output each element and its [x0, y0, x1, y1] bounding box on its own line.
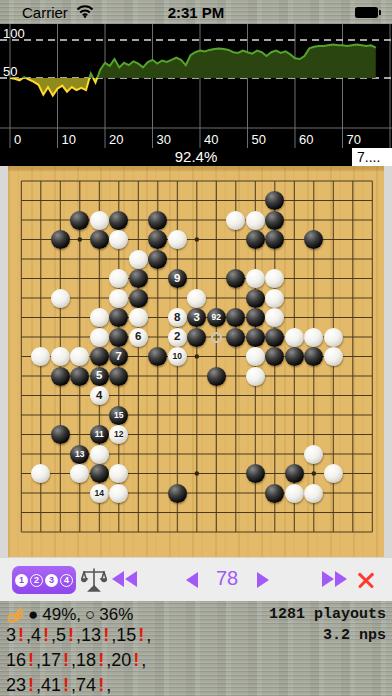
white-stone — [324, 347, 343, 366]
white-stone — [285, 328, 304, 347]
white-stone — [129, 250, 148, 269]
bang-mark: ! — [131, 650, 141, 670]
black-stone — [70, 367, 89, 386]
bang-mark: ! — [136, 625, 146, 645]
hot-move: 4 — [31, 625, 41, 645]
hot-move: 16 — [6, 650, 26, 670]
hot-move: 13 — [81, 625, 101, 645]
circle-marker — [211, 332, 222, 343]
bang-mark: ! — [96, 675, 106, 695]
variation-digit-4: 4 — [60, 574, 73, 587]
white-stone — [90, 211, 109, 230]
white-stone — [304, 328, 323, 347]
white-stone — [324, 328, 343, 347]
white-stone-move-14: 14 — [90, 484, 109, 503]
white-stone — [285, 484, 304, 503]
hot-move: 41 — [41, 675, 61, 695]
close-icon[interactable] — [354, 568, 378, 592]
bang-mark: ! — [26, 650, 36, 670]
white-stone — [304, 445, 323, 464]
black-stone-move-5: 5 — [90, 367, 109, 386]
white-stone — [187, 289, 206, 308]
white-stone — [265, 289, 284, 308]
white-stone — [246, 269, 265, 288]
fast-forward-button[interactable] — [322, 571, 347, 587]
white-stone — [246, 211, 265, 230]
white-stone — [109, 484, 128, 503]
black-stone — [109, 328, 128, 347]
black-stone-move-11: 11 — [90, 425, 109, 444]
white-stone — [324, 464, 343, 483]
fast-backward-button[interactable] — [112, 571, 137, 587]
playouts-readout: 1281 playouts — [269, 606, 386, 623]
hot-moves-line: 23!,41!,74!, — [6, 673, 151, 696]
white-stone — [246, 367, 265, 386]
white-stone — [90, 445, 109, 464]
white-stone — [109, 289, 128, 308]
bang-mark: ! — [101, 625, 111, 645]
hot-move: 15 — [116, 625, 136, 645]
bang-mark: ! — [26, 675, 36, 695]
black-stone — [207, 367, 226, 386]
black-stone — [285, 347, 304, 366]
svg-text:20: 20 — [109, 132, 123, 147]
black-stone-glyph: ● — [28, 605, 38, 625]
bang-mark: ! — [61, 675, 71, 695]
analysis-panel: ● 49%, ○ 36% 1281 playouts 3.2 nps 3!,4!… — [0, 601, 392, 696]
black-stone — [148, 211, 167, 230]
black-stone — [226, 328, 245, 347]
status-bar: Carrier 2:31 PM — [0, 0, 392, 24]
clock: 2:31 PM — [0, 4, 392, 21]
winrate-chart-svg: 10050010203040506070 — [0, 24, 392, 148]
battery-icon — [355, 7, 378, 18]
white-stone — [51, 289, 70, 308]
step-backward-button[interactable] — [186, 572, 198, 588]
white-stone — [51, 347, 70, 366]
bang-mark: ! — [16, 625, 26, 645]
black-stone — [90, 464, 109, 483]
black-stone — [51, 230, 70, 249]
black-stone — [246, 289, 265, 308]
black-stone — [51, 425, 70, 444]
current-winrate-value: 92.4% — [0, 148, 392, 166]
variation-numbers-button[interactable]: 1234 — [12, 566, 76, 594]
white-stone — [246, 347, 265, 366]
white-winrate: 36% — [99, 605, 133, 625]
pv-overlay-button[interactable]: 7.... — [352, 148, 392, 166]
black-stone — [265, 328, 284, 347]
board-area: 9839262710541511121314 — [0, 166, 392, 557]
black-stone — [51, 367, 70, 386]
white-stone — [168, 230, 187, 249]
black-stone — [148, 250, 167, 269]
black-stone — [265, 211, 284, 230]
black-stone — [109, 367, 128, 386]
nps-readout: 3.2 nps — [323, 627, 386, 644]
white-stone-move-6: 6 — [129, 328, 148, 347]
hot-move: 74 — [76, 675, 96, 695]
bang-mark: ! — [61, 650, 71, 670]
black-stone — [109, 211, 128, 230]
svg-text:50: 50 — [3, 64, 17, 79]
black-stone — [246, 328, 265, 347]
hot-move: 17 — [41, 650, 61, 670]
variation-digit-1: 1 — [15, 574, 28, 587]
ok-hand-icon — [6, 606, 24, 624]
winrate-readout-bar: 92.4% 7.... — [0, 148, 392, 166]
black-stone-move-92: 92 — [207, 308, 226, 327]
svg-text:60: 60 — [299, 132, 313, 147]
white-stone-move-10: 10 — [168, 347, 187, 366]
black-winrate: 49%, — [42, 605, 81, 625]
winrate-chart: 10050010203040506070 — [0, 24, 392, 148]
hot-moves-line: 3!,4!,5!,13!,15!, — [6, 623, 151, 648]
black-stone — [70, 211, 89, 230]
white-stone — [90, 328, 109, 347]
hot-move: 23 — [6, 675, 26, 695]
black-stone-move-13: 13 — [70, 445, 89, 464]
black-stone-move-15: 15 — [109, 406, 128, 425]
variation-digit-2: 2 — [30, 574, 43, 587]
black-stone — [265, 484, 284, 503]
hot-moves-list: 3!,4!,5!,13!,15!,16!,17!,18!,20!,23!,41!… — [6, 623, 151, 696]
white-stone-move-2: 2 — [168, 328, 187, 347]
hot-move: 5 — [56, 625, 66, 645]
black-stone — [129, 269, 148, 288]
white-stone — [304, 484, 323, 503]
svg-text:40: 40 — [204, 132, 218, 147]
balance-scale-icon[interactable] — [81, 566, 107, 594]
black-stone — [129, 289, 148, 308]
black-stone — [246, 308, 265, 327]
app-screen: Carrier 2:31 PM 10050010203040506070 92.… — [0, 0, 392, 696]
svg-text:10: 10 — [62, 132, 76, 147]
hot-move: 18 — [76, 650, 96, 670]
black-stone — [187, 328, 206, 347]
bang-mark: ! — [41, 625, 51, 645]
variation-digit-3: 3 — [45, 574, 58, 587]
white-stone-glyph: ○ — [85, 605, 95, 625]
black-stone — [90, 347, 109, 366]
black-stone — [246, 464, 265, 483]
svg-text:100: 100 — [3, 26, 25, 41]
black-stone — [90, 230, 109, 249]
svg-text:0: 0 — [14, 132, 21, 147]
svg-text:70: 70 — [347, 132, 361, 147]
hot-move: 20 — [111, 650, 131, 670]
svg-text:30: 30 — [157, 132, 171, 147]
move-number: 78 — [205, 567, 249, 590]
black-stone — [285, 464, 304, 483]
white-stone-move-8: 8 — [168, 308, 187, 327]
toolbar: 1234 78 — [0, 557, 392, 601]
go-board[interactable]: 9839262710541511121314 — [8, 166, 384, 557]
bang-mark: ! — [66, 625, 76, 645]
svg-text:50: 50 — [252, 132, 266, 147]
white-stone-move-4: 4 — [90, 386, 109, 405]
white-stone — [129, 308, 148, 327]
bang-mark: ! — [96, 650, 106, 670]
hot-move: 3 — [6, 625, 16, 645]
hot-moves-line: 16!,17!,18!,20!, — [6, 648, 151, 673]
black-stone-move-9: 9 — [168, 269, 187, 288]
white-stone — [226, 211, 245, 230]
step-forward-button[interactable] — [257, 572, 269, 588]
black-stone — [168, 484, 187, 503]
black-stone — [246, 230, 265, 249]
white-stone — [90, 308, 109, 327]
